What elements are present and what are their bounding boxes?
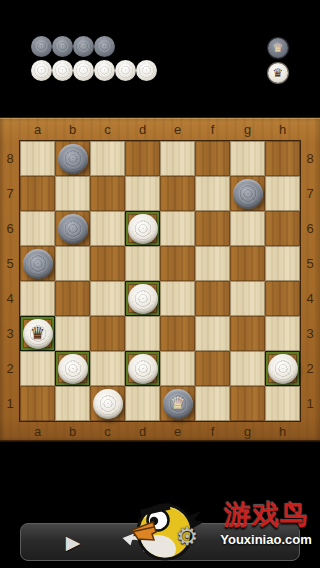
square-b4[interactable] <box>55 281 90 316</box>
rank-label-4: 4 <box>300 281 320 316</box>
square-e7[interactable] <box>160 176 195 211</box>
square-g4[interactable] <box>230 281 265 316</box>
white-king-indicator: ♛ <box>268 63 288 83</box>
captured-white-tray <box>31 60 157 81</box>
white-man-d6[interactable] <box>128 214 158 244</box>
square-e2[interactable] <box>160 351 195 386</box>
file-label-f: f <box>195 421 230 441</box>
board-frame: abcdefgh abcdefgh 87654321 87654321 ♛♛ <box>0 117 320 442</box>
square-d8[interactable] <box>125 141 160 176</box>
white-man-h2[interactable] <box>268 354 298 384</box>
square-c7[interactable] <box>90 176 125 211</box>
ad-domain-text: Youxiniao.com <box>212 532 320 547</box>
crown-icon: ♛ <box>30 325 45 342</box>
square-e5[interactable] <box>160 246 195 281</box>
square-e1[interactable]: ♛ <box>160 386 195 421</box>
rank-label-8: 8 <box>0 141 20 176</box>
dark-man-g7[interactable] <box>233 179 263 209</box>
play-button[interactable]: ▶ <box>53 524 93 560</box>
captured-dark-piece <box>52 36 73 57</box>
square-h6[interactable] <box>265 211 300 246</box>
square-f4[interactable] <box>195 281 230 316</box>
square-f7[interactable] <box>195 176 230 211</box>
captured-white-piece <box>52 60 73 81</box>
file-label-a: a <box>20 118 55 141</box>
file-label-d: d <box>125 118 160 141</box>
square-e8[interactable] <box>160 141 195 176</box>
square-c3[interactable] <box>90 316 125 351</box>
captured-dark-piece <box>94 36 115 57</box>
file-labels-top: abcdefgh <box>20 118 300 141</box>
captured-white-piece <box>73 60 94 81</box>
white-man-d2[interactable] <box>128 354 158 384</box>
square-g3[interactable] <box>230 316 265 351</box>
rank-label-5: 5 <box>300 246 320 281</box>
file-label-e: e <box>160 118 195 141</box>
square-h8[interactable] <box>265 141 300 176</box>
rank-label-1: 1 <box>0 386 20 421</box>
square-f5[interactable] <box>195 246 230 281</box>
square-a5[interactable] <box>20 246 55 281</box>
dark-king-indicator: ♛ <box>268 38 288 58</box>
square-h2[interactable] <box>265 351 300 386</box>
rank-label-1: 1 <box>300 386 320 421</box>
rank-label-7: 7 <box>0 176 20 211</box>
file-label-f: f <box>195 118 230 141</box>
rank-label-3: 3 <box>300 316 320 351</box>
captured-white-piece <box>115 60 136 81</box>
file-label-d: d <box>125 421 160 441</box>
file-label-h: h <box>265 118 300 141</box>
captured-dark-piece <box>73 36 94 57</box>
square-f8[interactable] <box>195 141 230 176</box>
square-c8[interactable] <box>90 141 125 176</box>
square-d1[interactable] <box>125 386 160 421</box>
square-f3[interactable] <box>195 316 230 351</box>
square-c1[interactable] <box>90 386 125 421</box>
rank-label-3: 3 <box>0 316 20 351</box>
captured-white-piece <box>31 60 52 81</box>
ad-banner[interactable]: ⚙ 游戏鸟 Youxiniao.com <box>126 492 320 568</box>
square-e3[interactable] <box>160 316 195 351</box>
captured-dark-piece <box>31 36 52 57</box>
checkers-board: ♛♛ <box>20 141 300 421</box>
square-b6[interactable] <box>55 211 90 246</box>
square-d7[interactable] <box>125 176 160 211</box>
ad-brand-text: 游戏鸟 <box>212 500 320 530</box>
dark-man-b8[interactable] <box>58 144 88 174</box>
square-e6[interactable] <box>160 211 195 246</box>
square-a8[interactable] <box>20 141 55 176</box>
square-g6[interactable] <box>230 211 265 246</box>
square-d2[interactable] <box>125 351 160 386</box>
crown-icon: ♛ <box>273 67 284 79</box>
square-g5[interactable] <box>230 246 265 281</box>
square-b3[interactable] <box>55 316 90 351</box>
square-c5[interactable] <box>90 246 125 281</box>
square-g7[interactable] <box>230 176 265 211</box>
rank-label-4: 4 <box>0 281 20 316</box>
square-g8[interactable] <box>230 141 265 176</box>
crown-icon: ♛ <box>170 395 185 412</box>
square-h3[interactable] <box>265 316 300 351</box>
square-h7[interactable] <box>265 176 300 211</box>
rank-labels-right: 87654321 <box>300 141 320 421</box>
square-a7[interactable] <box>20 176 55 211</box>
play-icon: ▶ <box>66 531 81 554</box>
square-f2[interactable] <box>195 351 230 386</box>
square-a3[interactable]: ♛ <box>20 316 55 351</box>
square-a2[interactable] <box>20 351 55 386</box>
square-c6[interactable] <box>90 211 125 246</box>
square-d4[interactable] <box>125 281 160 316</box>
square-c2[interactable] <box>90 351 125 386</box>
rank-label-6: 6 <box>300 211 320 246</box>
square-d6[interactable] <box>125 211 160 246</box>
square-h1[interactable] <box>265 386 300 421</box>
file-label-g: g <box>230 421 265 441</box>
gear-icon: ⚙ <box>176 524 198 549</box>
square-d5[interactable] <box>125 246 160 281</box>
dark-man-b6[interactable] <box>58 214 88 244</box>
rank-label-2: 2 <box>300 351 320 386</box>
white-man-d4[interactable] <box>128 284 158 314</box>
file-label-b: b <box>55 421 90 441</box>
square-c4[interactable] <box>90 281 125 316</box>
square-h4[interactable] <box>265 281 300 316</box>
file-labels-bottom: abcdefgh <box>20 421 300 441</box>
square-a6[interactable] <box>20 211 55 246</box>
square-b1[interactable] <box>55 386 90 421</box>
white-man-c1[interactable] <box>93 389 123 419</box>
rank-label-6: 6 <box>0 211 20 246</box>
square-b7[interactable] <box>55 176 90 211</box>
captured-white-piece <box>136 60 157 81</box>
rank-label-2: 2 <box>0 351 20 386</box>
square-e4[interactable] <box>160 281 195 316</box>
square-g1[interactable] <box>230 386 265 421</box>
captured-white-piece <box>94 60 115 81</box>
rank-label-8: 8 <box>300 141 320 176</box>
rank-labels-left: 87654321 <box>0 141 20 421</box>
rank-label-5: 5 <box>0 246 20 281</box>
file-label-c: c <box>90 421 125 441</box>
dark-man-a5[interactable] <box>23 249 53 279</box>
square-f6[interactable] <box>195 211 230 246</box>
captured-dark-tray <box>31 36 115 57</box>
file-label-a: a <box>20 421 55 441</box>
rank-label-7: 7 <box>300 176 320 211</box>
file-label-g: g <box>230 118 265 141</box>
square-g2[interactable] <box>230 351 265 386</box>
file-label-h: h <box>265 421 300 441</box>
file-label-e: e <box>160 421 195 441</box>
white-man-b2[interactable] <box>58 354 88 384</box>
square-a4[interactable] <box>20 281 55 316</box>
crown-icon: ♛ <box>273 42 284 54</box>
file-label-c: c <box>90 118 125 141</box>
square-h5[interactable] <box>265 246 300 281</box>
white-king-a3[interactable]: ♛ <box>23 319 53 349</box>
checkers-app: ♛ ♛ abcdefgh abcdefgh 87654321 87654321 … <box>0 0 320 568</box>
square-d3[interactable] <box>125 316 160 351</box>
square-b2[interactable] <box>55 351 90 386</box>
square-b5[interactable] <box>55 246 90 281</box>
square-b8[interactable] <box>55 141 90 176</box>
square-a1[interactable] <box>20 386 55 421</box>
file-label-b: b <box>55 118 90 141</box>
square-f1[interactable] <box>195 386 230 421</box>
dark-king-e1[interactable]: ♛ <box>163 389 193 419</box>
